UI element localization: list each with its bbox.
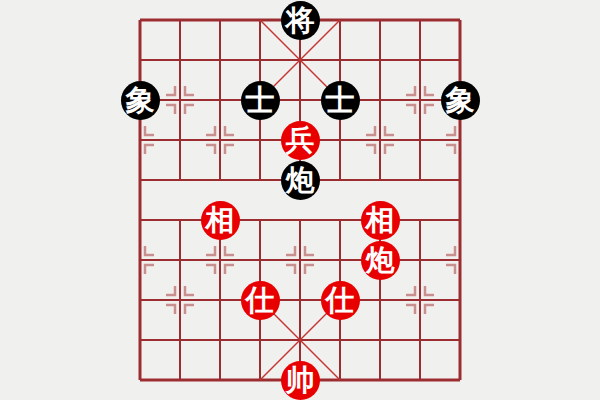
piece-red-general[interactable]: 帅	[281, 361, 320, 400]
piece-red-advisor-a[interactable]: 仕	[241, 281, 280, 320]
piece-black-cannon[interactable]: 炮	[281, 161, 320, 200]
piece-label: 士	[246, 86, 275, 115]
piece-black-advisor-b[interactable]: 士	[321, 81, 360, 120]
piece-black-elephant-a[interactable]: 象	[121, 81, 160, 120]
piece-black-general[interactable]: 将	[281, 1, 320, 40]
piece-black-advisor-a[interactable]: 士	[241, 81, 280, 120]
piece-red-elephant-a[interactable]: 相	[201, 201, 240, 240]
piece-label: 士	[326, 86, 355, 115]
piece-black-elephant-b[interactable]: 象	[441, 81, 480, 120]
piece-red-cannon[interactable]: 炮	[361, 241, 400, 280]
piece-label: 仕	[326, 286, 355, 315]
piece-label: 兵	[286, 126, 315, 155]
piece-label: 炮	[366, 246, 395, 275]
piece-label: 将	[286, 6, 315, 35]
piece-label: 象	[126, 86, 155, 115]
piece-label: 帅	[286, 366, 315, 395]
xiangqi-board-screen: 将象士士象兵炮相相炮仕仕帅	[0, 0, 600, 400]
piece-red-advisor-b[interactable]: 仕	[321, 281, 360, 320]
piece-label: 象	[446, 86, 475, 115]
board-grid[interactable]	[0, 0, 600, 400]
piece-label: 炮	[286, 166, 315, 195]
piece-label: 相	[206, 206, 235, 235]
piece-red-soldier[interactable]: 兵	[281, 121, 320, 160]
piece-label: 相	[366, 206, 395, 235]
piece-red-elephant-b[interactable]: 相	[361, 201, 400, 240]
piece-label: 仕	[246, 286, 275, 315]
